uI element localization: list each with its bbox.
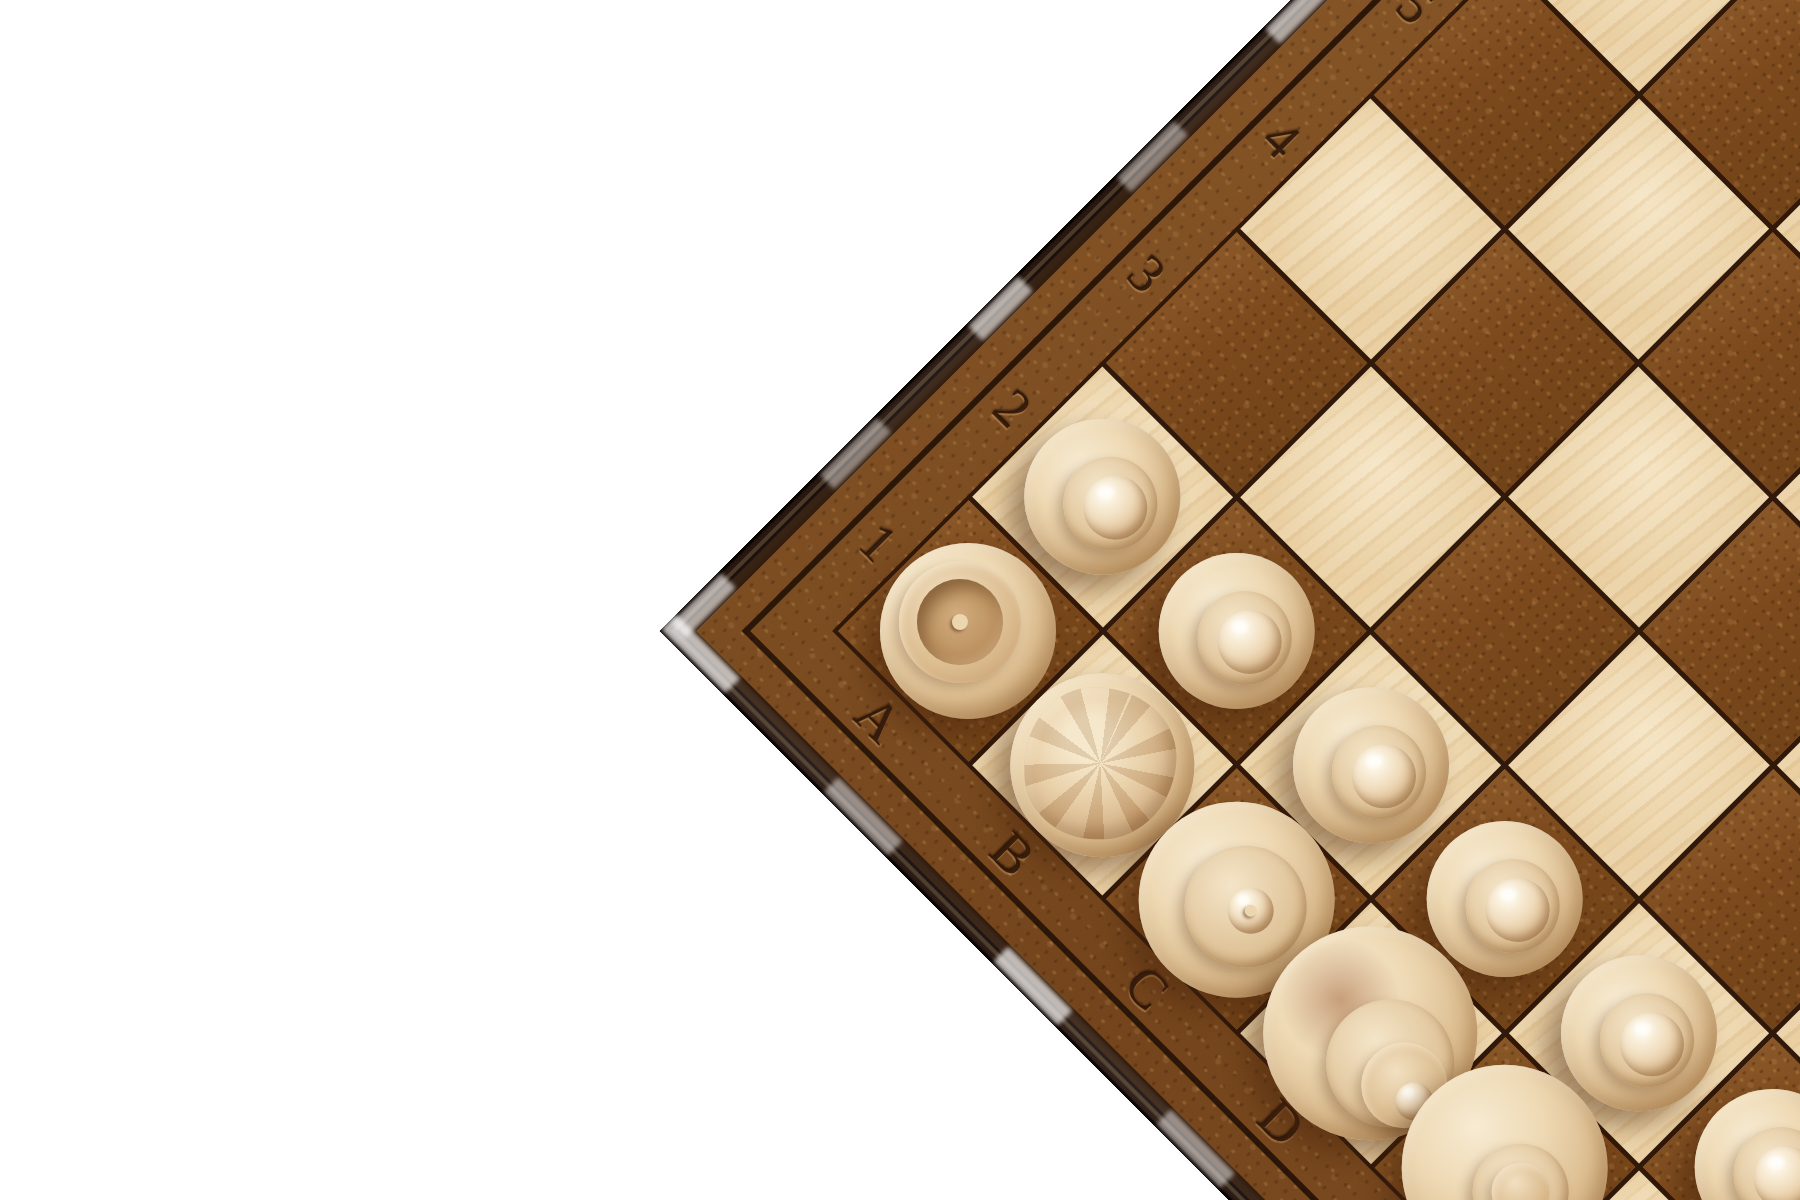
board-grid: ♙♙♙♙♙♙♖♘♗♕♔ <box>832 0 1800 1200</box>
chess-board: 12345ABCD ♙♙♙♙♙♙♖♘♗♕♔ <box>660 0 1800 1200</box>
board-photo-scene: 12345ABCD ♙♙♙♙♙♙♖♘♗♕♔ <box>0 0 1800 1200</box>
